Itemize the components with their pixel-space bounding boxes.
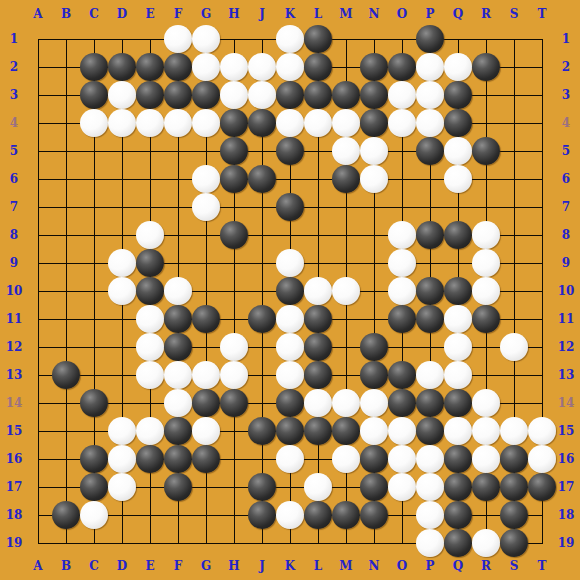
row-label-left-1: 1: [4, 32, 24, 46]
stone-black-S18[interactable]: [500, 501, 528, 529]
stone-black-P1[interactable]: [416, 25, 444, 53]
stone-black-O2[interactable]: [388, 53, 416, 81]
col-label-top-Q: Q: [448, 7, 468, 21]
stone-white-C18[interactable]: [80, 501, 108, 529]
row-label-right-1: 1: [556, 32, 576, 46]
col-label-top-K: K: [280, 7, 300, 21]
stone-white-H12[interactable]: [220, 333, 248, 361]
stone-black-K7[interactable]: [276, 193, 304, 221]
stone-white-P19[interactable]: [416, 529, 444, 557]
col-label-top-E: E: [140, 7, 160, 21]
col-label-bottom-R: R: [476, 559, 496, 573]
stone-white-S12[interactable]: [500, 333, 528, 361]
stone-black-F11[interactable]: [164, 305, 192, 333]
col-label-top-G: G: [196, 7, 216, 21]
stone-black-Q17[interactable]: [444, 473, 472, 501]
stone-black-N18[interactable]: [360, 501, 388, 529]
col-label-bottom-G: G: [196, 559, 216, 573]
stone-white-K9[interactable]: [276, 249, 304, 277]
stone-black-R5[interactable]: [472, 137, 500, 165]
row-label-right-7: 7: [556, 200, 576, 214]
col-label-bottom-N: N: [364, 559, 384, 573]
stone-black-H8[interactable]: [220, 221, 248, 249]
col-label-bottom-M: M: [336, 559, 356, 573]
stone-black-M15[interactable]: [332, 417, 360, 445]
row-label-right-2: 2: [556, 60, 576, 74]
stone-white-F1[interactable]: [164, 25, 192, 53]
row-label-right-6: 6: [556, 172, 576, 186]
stone-white-O15[interactable]: [388, 417, 416, 445]
stone-white-P17[interactable]: [416, 473, 444, 501]
stone-black-P14[interactable]: [416, 389, 444, 417]
stone-white-G13[interactable]: [192, 361, 220, 389]
stone-black-L2[interactable]: [304, 53, 332, 81]
stone-black-G11[interactable]: [192, 305, 220, 333]
col-label-top-N: N: [364, 7, 384, 21]
stone-white-O8[interactable]: [388, 221, 416, 249]
stone-white-K16[interactable]: [276, 445, 304, 473]
col-label-top-A: A: [28, 7, 48, 21]
stone-black-N2[interactable]: [360, 53, 388, 81]
stone-black-P10[interactable]: [416, 277, 444, 305]
stone-white-R14[interactable]: [472, 389, 500, 417]
col-label-top-S: S: [504, 7, 524, 21]
row-label-right-10: 10: [556, 284, 576, 298]
stone-black-S19[interactable]: [500, 529, 528, 557]
stone-white-P16[interactable]: [416, 445, 444, 473]
stone-white-N15[interactable]: [360, 417, 388, 445]
stone-white-K18[interactable]: [276, 501, 304, 529]
stone-black-N13[interactable]: [360, 361, 388, 389]
row-label-left-17: 17: [4, 480, 24, 494]
row-label-right-8: 8: [556, 228, 576, 242]
stone-white-E8[interactable]: [136, 221, 164, 249]
col-label-top-P: P: [420, 7, 440, 21]
stone-white-Q13[interactable]: [444, 361, 472, 389]
col-label-bottom-K: K: [280, 559, 300, 573]
row-label-left-12: 12: [4, 340, 24, 354]
stone-black-P11[interactable]: [416, 305, 444, 333]
stone-white-J2[interactable]: [248, 53, 276, 81]
col-label-bottom-J: J: [252, 559, 272, 573]
stone-white-O17[interactable]: [388, 473, 416, 501]
col-label-top-R: R: [476, 7, 496, 21]
row-label-right-19: 19: [556, 536, 576, 550]
stone-black-N17[interactable]: [360, 473, 388, 501]
stone-black-F3[interactable]: [164, 81, 192, 109]
row-label-right-17: 17: [556, 480, 576, 494]
stone-white-R15[interactable]: [472, 417, 500, 445]
col-label-bottom-F: F: [168, 559, 188, 573]
col-label-bottom-H: H: [224, 559, 244, 573]
stone-black-N16[interactable]: [360, 445, 388, 473]
stone-black-K14[interactable]: [276, 389, 304, 417]
stone-black-Q16[interactable]: [444, 445, 472, 473]
row-label-left-19: 19: [4, 536, 24, 550]
stone-black-M6[interactable]: [332, 165, 360, 193]
stone-black-F16[interactable]: [164, 445, 192, 473]
stone-black-Q8[interactable]: [444, 221, 472, 249]
col-label-top-L: L: [308, 7, 328, 21]
stone-black-L13[interactable]: [304, 361, 332, 389]
stone-white-Q12[interactable]: [444, 333, 472, 361]
stone-black-K10[interactable]: [276, 277, 304, 305]
stone-white-Q15[interactable]: [444, 417, 472, 445]
col-label-top-O: O: [392, 7, 412, 21]
col-label-top-M: M: [336, 7, 356, 21]
stone-white-K12[interactable]: [276, 333, 304, 361]
col-label-top-H: H: [224, 7, 244, 21]
stone-black-C17[interactable]: [80, 473, 108, 501]
stone-black-L18[interactable]: [304, 501, 332, 529]
row-label-left-6: 6: [4, 172, 24, 186]
row-label-left-7: 7: [4, 200, 24, 214]
stone-white-E11[interactable]: [136, 305, 164, 333]
stone-white-P3[interactable]: [416, 81, 444, 109]
stone-black-O14[interactable]: [388, 389, 416, 417]
stone-white-R19[interactable]: [472, 529, 500, 557]
stone-black-C2[interactable]: [80, 53, 108, 81]
stone-black-Q18[interactable]: [444, 501, 472, 529]
stone-black-N12[interactable]: [360, 333, 388, 361]
stone-black-S17[interactable]: [500, 473, 528, 501]
stone-white-G6[interactable]: [192, 165, 220, 193]
row-label-right-15: 15: [556, 424, 576, 438]
stone-white-M4[interactable]: [332, 109, 360, 137]
stone-black-E3[interactable]: [136, 81, 164, 109]
stone-black-J4[interactable]: [248, 109, 276, 137]
stone-black-N4[interactable]: [360, 109, 388, 137]
stone-white-Q6[interactable]: [444, 165, 472, 193]
stone-black-J6[interactable]: [248, 165, 276, 193]
stone-black-R11[interactable]: [472, 305, 500, 333]
stone-black-E2[interactable]: [136, 53, 164, 81]
stone-white-L14[interactable]: [304, 389, 332, 417]
stone-white-R9[interactable]: [472, 249, 500, 277]
row-label-right-13: 13: [556, 368, 576, 382]
stone-black-F2[interactable]: [164, 53, 192, 81]
stone-white-L4[interactable]: [304, 109, 332, 137]
stone-black-F17[interactable]: [164, 473, 192, 501]
col-label-top-C: C: [84, 7, 104, 21]
col-label-bottom-T: T: [532, 559, 552, 573]
row-label-right-11: 11: [556, 312, 576, 326]
row-label-right-5: 5: [556, 144, 576, 158]
col-label-bottom-S: S: [504, 559, 524, 573]
stone-white-C4[interactable]: [80, 109, 108, 137]
stone-white-L10[interactable]: [304, 277, 332, 305]
row-label-left-4: 4: [4, 116, 24, 130]
row-label-right-9: 9: [556, 256, 576, 270]
stone-white-M14[interactable]: [332, 389, 360, 417]
stone-black-K15[interactable]: [276, 417, 304, 445]
stone-black-C14[interactable]: [80, 389, 108, 417]
stone-black-B18[interactable]: [52, 501, 80, 529]
stone-black-Q3[interactable]: [444, 81, 472, 109]
stone-black-M3[interactable]: [332, 81, 360, 109]
stone-white-O9[interactable]: [388, 249, 416, 277]
row-label-left-10: 10: [4, 284, 24, 298]
stone-black-H6[interactable]: [220, 165, 248, 193]
row-label-right-4: 4: [556, 116, 576, 130]
stone-black-P8[interactable]: [416, 221, 444, 249]
row-label-right-3: 3: [556, 88, 576, 102]
stone-white-F10[interactable]: [164, 277, 192, 305]
stone-black-Q4[interactable]: [444, 109, 472, 137]
col-label-top-B: B: [56, 7, 76, 21]
stone-white-F4[interactable]: [164, 109, 192, 137]
stone-black-G3[interactable]: [192, 81, 220, 109]
stone-black-H4[interactable]: [220, 109, 248, 137]
row-label-left-14: 14: [4, 396, 24, 410]
stone-black-Q10[interactable]: [444, 277, 472, 305]
stone-white-L17[interactable]: [304, 473, 332, 501]
stone-black-K3[interactable]: [276, 81, 304, 109]
stone-black-M18[interactable]: [332, 501, 360, 529]
stone-white-N6[interactable]: [360, 165, 388, 193]
stone-white-D3[interactable]: [108, 81, 136, 109]
stone-white-O10[interactable]: [388, 277, 416, 305]
stone-black-L3[interactable]: [304, 81, 332, 109]
stone-white-D15[interactable]: [108, 417, 136, 445]
row-label-right-16: 16: [556, 452, 576, 466]
stone-white-K13[interactable]: [276, 361, 304, 389]
stone-black-P5[interactable]: [416, 137, 444, 165]
stone-white-G2[interactable]: [192, 53, 220, 81]
stone-black-P15[interactable]: [416, 417, 444, 445]
row-label-left-13: 13: [4, 368, 24, 382]
col-label-bottom-C: C: [84, 559, 104, 573]
stone-black-H14[interactable]: [220, 389, 248, 417]
stone-black-L11[interactable]: [304, 305, 332, 333]
stone-white-T15[interactable]: [528, 417, 556, 445]
stone-black-O13[interactable]: [388, 361, 416, 389]
stone-white-R10[interactable]: [472, 277, 500, 305]
col-label-bottom-L: L: [308, 559, 328, 573]
stone-black-F12[interactable]: [164, 333, 192, 361]
stone-black-O11[interactable]: [388, 305, 416, 333]
stone-white-D17[interactable]: [108, 473, 136, 501]
stone-white-P13[interactable]: [416, 361, 444, 389]
stone-white-K2[interactable]: [276, 53, 304, 81]
stone-black-L1[interactable]: [304, 25, 332, 53]
go-board[interactable]: AA11BB22CC33DD44EE55FF66GG77HH88JJ99KK10…: [0, 0, 580, 580]
stone-white-K11[interactable]: [276, 305, 304, 333]
row-label-right-18: 18: [556, 508, 576, 522]
col-label-bottom-E: E: [140, 559, 160, 573]
row-label-left-11: 11: [4, 312, 24, 326]
stone-black-G16[interactable]: [192, 445, 220, 473]
stone-white-Q2[interactable]: [444, 53, 472, 81]
row-label-left-8: 8: [4, 228, 24, 242]
stone-black-N3[interactable]: [360, 81, 388, 109]
stone-white-N14[interactable]: [360, 389, 388, 417]
stone-white-E12[interactable]: [136, 333, 164, 361]
stone-black-Q19[interactable]: [444, 529, 472, 557]
col-label-top-J: J: [252, 7, 272, 21]
stone-black-J17[interactable]: [248, 473, 276, 501]
stone-white-Q11[interactable]: [444, 305, 472, 333]
stone-white-K1[interactable]: [276, 25, 304, 53]
stone-white-D16[interactable]: [108, 445, 136, 473]
col-label-top-F: F: [168, 7, 188, 21]
col-label-top-T: T: [532, 7, 552, 21]
stone-black-J15[interactable]: [248, 417, 276, 445]
stone-black-F15[interactable]: [164, 417, 192, 445]
stone-black-E16[interactable]: [136, 445, 164, 473]
stone-white-D4[interactable]: [108, 109, 136, 137]
stone-black-H5[interactable]: [220, 137, 248, 165]
col-label-bottom-A: A: [28, 559, 48, 573]
row-label-left-18: 18: [4, 508, 24, 522]
stone-white-G15[interactable]: [192, 417, 220, 445]
stone-white-R16[interactable]: [472, 445, 500, 473]
stone-white-G4[interactable]: [192, 109, 220, 137]
stone-white-M16[interactable]: [332, 445, 360, 473]
col-label-bottom-B: B: [56, 559, 76, 573]
stone-black-J11[interactable]: [248, 305, 276, 333]
stone-black-L15[interactable]: [304, 417, 332, 445]
stone-black-L12[interactable]: [304, 333, 332, 361]
stone-white-P2[interactable]: [416, 53, 444, 81]
row-label-left-15: 15: [4, 424, 24, 438]
stone-black-R2[interactable]: [472, 53, 500, 81]
stone-white-H13[interactable]: [220, 361, 248, 389]
stone-white-E4[interactable]: [136, 109, 164, 137]
stone-white-T16[interactable]: [528, 445, 556, 473]
stone-white-E15[interactable]: [136, 417, 164, 445]
stone-white-P18[interactable]: [416, 501, 444, 529]
stone-white-M5[interactable]: [332, 137, 360, 165]
row-label-left-3: 3: [4, 88, 24, 102]
col-label-bottom-Q: Q: [448, 559, 468, 573]
row-label-right-14: 14: [556, 396, 576, 410]
stone-black-K5[interactable]: [276, 137, 304, 165]
stone-white-S15[interactable]: [500, 417, 528, 445]
col-label-top-D: D: [112, 7, 132, 21]
stone-black-C16[interactable]: [80, 445, 108, 473]
stone-white-G7[interactable]: [192, 193, 220, 221]
stone-white-K4[interactable]: [276, 109, 304, 137]
stone-black-D2[interactable]: [108, 53, 136, 81]
stone-black-J18[interactable]: [248, 501, 276, 529]
row-label-left-5: 5: [4, 144, 24, 158]
row-label-left-16: 16: [4, 452, 24, 466]
stone-white-Q5[interactable]: [444, 137, 472, 165]
stone-white-M10[interactable]: [332, 277, 360, 305]
stone-white-F13[interactable]: [164, 361, 192, 389]
col-label-bottom-D: D: [112, 559, 132, 573]
row-label-left-9: 9: [4, 256, 24, 270]
stone-black-S16[interactable]: [500, 445, 528, 473]
col-label-bottom-O: O: [392, 559, 412, 573]
stone-black-E9[interactable]: [136, 249, 164, 277]
stone-white-F14[interactable]: [164, 389, 192, 417]
stone-black-E10[interactable]: [136, 277, 164, 305]
stone-black-T17[interactable]: [528, 473, 556, 501]
stone-black-B13[interactable]: [52, 361, 80, 389]
stone-white-O3[interactable]: [388, 81, 416, 109]
stone-black-C3[interactable]: [80, 81, 108, 109]
stone-white-R8[interactable]: [472, 221, 500, 249]
stone-white-O4[interactable]: [388, 109, 416, 137]
stone-white-D9[interactable]: [108, 249, 136, 277]
stone-white-P4[interactable]: [416, 109, 444, 137]
stone-white-D10[interactable]: [108, 277, 136, 305]
row-label-left-2: 2: [4, 60, 24, 74]
col-label-bottom-P: P: [420, 559, 440, 573]
stone-white-J3[interactable]: [248, 81, 276, 109]
stone-white-O16[interactable]: [388, 445, 416, 473]
stone-white-G1[interactable]: [192, 25, 220, 53]
stone-black-R17[interactable]: [472, 473, 500, 501]
stone-white-E13[interactable]: [136, 361, 164, 389]
stone-white-H2[interactable]: [220, 53, 248, 81]
stone-black-G14[interactable]: [192, 389, 220, 417]
row-label-right-12: 12: [556, 340, 576, 354]
stone-white-N5[interactable]: [360, 137, 388, 165]
stone-white-H3[interactable]: [220, 81, 248, 109]
stone-black-Q14[interactable]: [444, 389, 472, 417]
